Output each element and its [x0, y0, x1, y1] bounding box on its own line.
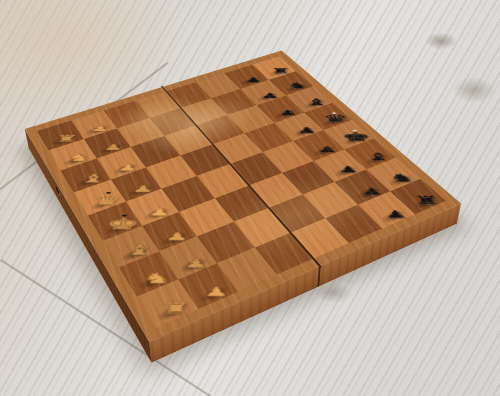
black-finial — [122, 214, 127, 216]
ivory-finial — [353, 130, 357, 131]
board-latch — [56, 186, 60, 197]
white-rook: ♜ — [160, 301, 191, 316]
square-d5 — [212, 133, 262, 164]
black-knight: ♞ — [388, 172, 416, 183]
white-pawn: ♟ — [204, 286, 229, 298]
photo-stage: ♜♟♟♜♞♟♟♞♝♟♟♝♛♟♟♛♚♟♟♚♝♟♟♝♞♟♟♞♜♟♟♜ — [0, 0, 500, 396]
black-pawn: ♟ — [383, 209, 407, 219]
white-pawn: ♟ — [117, 163, 139, 172]
white-bishop: ♝ — [78, 173, 107, 184]
black-pawn: ♟ — [278, 109, 297, 116]
board-scene: ♜♟♟♜♞♟♟♞♝♟♟♝♛♟♟♛♚♟♟♚♝♟♟♝♞♟♟♞♜♟♟♜ — [0, 0, 500, 396]
ivory-finial — [333, 112, 337, 113]
square-h1: ♜ — [137, 279, 198, 327]
chess-board: ♜♟♟♜♞♟♟♞♝♟♟♝♛♟♟♛♚♟♟♚♝♟♟♝♞♟♟♞♜♟♟♜ — [25, 51, 461, 342]
black-bishop: ♝ — [364, 151, 392, 162]
black-queen: ♛ — [322, 113, 350, 123]
black-finial — [106, 192, 111, 194]
black-knight: ♞ — [287, 82, 310, 90]
black-pawn: ♟ — [316, 145, 337, 153]
white-pawn: ♟ — [184, 257, 209, 268]
black-pawn: ♟ — [337, 165, 359, 174]
black-rook: ♜ — [413, 194, 442, 205]
